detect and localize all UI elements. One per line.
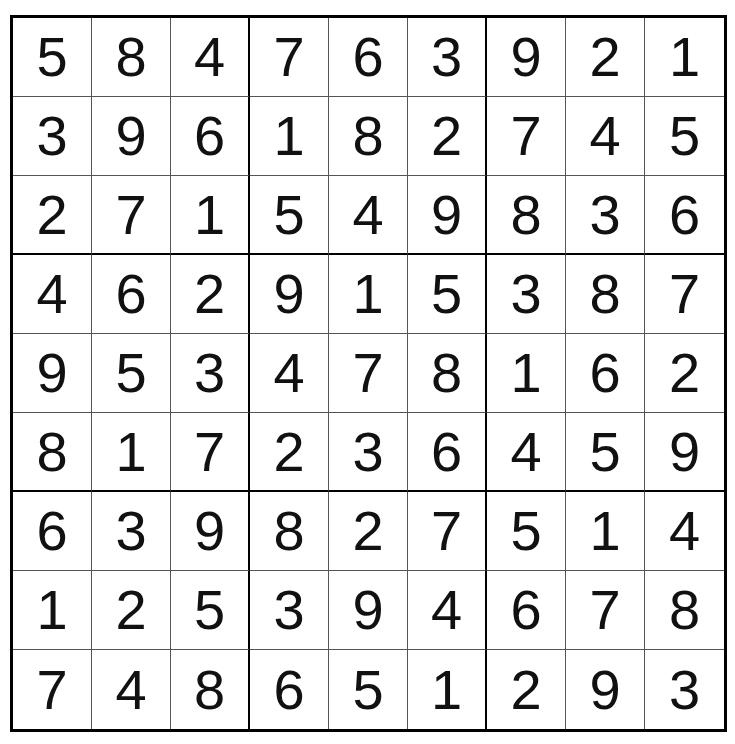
cell-r4c4[interactable]: 9 <box>250 255 329 334</box>
cell-r5c3[interactable]: 3 <box>171 334 250 413</box>
cell-r1c8[interactable]: 2 <box>566 18 645 97</box>
cell-r5c2[interactable]: 5 <box>92 334 171 413</box>
cell-r6c9[interactable]: 9 <box>645 413 724 492</box>
cell-r8c4[interactable]: 3 <box>250 571 329 650</box>
cell-r3c1[interactable]: 2 <box>13 176 92 255</box>
cell-r8c2[interactable]: 2 <box>92 571 171 650</box>
cell-r4c6[interactable]: 5 <box>408 255 487 334</box>
cell-r2c9[interactable]: 5 <box>645 97 724 176</box>
cell-r3c3[interactable]: 1 <box>171 176 250 255</box>
cell-r7c1[interactable]: 6 <box>13 492 92 571</box>
cell-r2c2[interactable]: 9 <box>92 97 171 176</box>
cell-r8c1[interactable]: 1 <box>13 571 92 650</box>
cell-r1c5[interactable]: 6 <box>329 18 408 97</box>
cell-r9c1[interactable]: 7 <box>13 650 92 729</box>
cell-r3c9[interactable]: 6 <box>645 176 724 255</box>
cell-r1c1[interactable]: 5 <box>13 18 92 97</box>
cell-r9c2[interactable]: 4 <box>92 650 171 729</box>
cell-r1c2[interactable]: 8 <box>92 18 171 97</box>
cell-r4c3[interactable]: 2 <box>171 255 250 334</box>
cell-r8c6[interactable]: 4 <box>408 571 487 650</box>
cell-r8c3[interactable]: 5 <box>171 571 250 650</box>
cell-r3c8[interactable]: 3 <box>566 176 645 255</box>
cell-r7c9[interactable]: 4 <box>645 492 724 571</box>
cell-r6c2[interactable]: 1 <box>92 413 171 492</box>
cell-r3c6[interactable]: 9 <box>408 176 487 255</box>
cell-r4c9[interactable]: 7 <box>645 255 724 334</box>
cell-r2c1[interactable]: 3 <box>13 97 92 176</box>
cell-r4c8[interactable]: 8 <box>566 255 645 334</box>
cell-r1c9[interactable]: 1 <box>645 18 724 97</box>
cell-r9c4[interactable]: 6 <box>250 650 329 729</box>
cell-r6c3[interactable]: 7 <box>171 413 250 492</box>
cell-r6c8[interactable]: 5 <box>566 413 645 492</box>
cell-r4c5[interactable]: 1 <box>329 255 408 334</box>
cell-r3c7[interactable]: 8 <box>487 176 566 255</box>
cell-r6c7[interactable]: 4 <box>487 413 566 492</box>
cell-r8c7[interactable]: 6 <box>487 571 566 650</box>
cell-r3c4[interactable]: 5 <box>250 176 329 255</box>
cell-r9c8[interactable]: 9 <box>566 650 645 729</box>
cell-r9c9[interactable]: 3 <box>645 650 724 729</box>
cell-r4c1[interactable]: 4 <box>13 255 92 334</box>
cell-r3c5[interactable]: 4 <box>329 176 408 255</box>
cell-r2c7[interactable]: 7 <box>487 97 566 176</box>
sudoku-grid: 5847639213961827452715498364629153879534… <box>10 15 727 732</box>
cell-r9c7[interactable]: 2 <box>487 650 566 729</box>
cell-r9c3[interactable]: 8 <box>171 650 250 729</box>
cell-r2c4[interactable]: 1 <box>250 97 329 176</box>
cell-r7c6[interactable]: 7 <box>408 492 487 571</box>
cell-r9c5[interactable]: 5 <box>329 650 408 729</box>
cell-r6c5[interactable]: 3 <box>329 413 408 492</box>
cell-r2c6[interactable]: 2 <box>408 97 487 176</box>
cell-r7c7[interactable]: 5 <box>487 492 566 571</box>
cell-r1c6[interactable]: 3 <box>408 18 487 97</box>
cell-r7c4[interactable]: 8 <box>250 492 329 571</box>
cell-r1c3[interactable]: 4 <box>171 18 250 97</box>
cell-r5c8[interactable]: 6 <box>566 334 645 413</box>
cell-r7c8[interactable]: 1 <box>566 492 645 571</box>
cell-r5c1[interactable]: 9 <box>13 334 92 413</box>
cell-r6c6[interactable]: 6 <box>408 413 487 492</box>
cell-r5c5[interactable]: 7 <box>329 334 408 413</box>
cell-r4c2[interactable]: 6 <box>92 255 171 334</box>
cell-r5c7[interactable]: 1 <box>487 334 566 413</box>
cell-r8c5[interactable]: 9 <box>329 571 408 650</box>
cell-r5c6[interactable]: 8 <box>408 334 487 413</box>
cell-r8c9[interactable]: 8 <box>645 571 724 650</box>
cell-r1c4[interactable]: 7 <box>250 18 329 97</box>
cell-r1c7[interactable]: 9 <box>487 18 566 97</box>
cell-r4c7[interactable]: 3 <box>487 255 566 334</box>
cell-r5c4[interactable]: 4 <box>250 334 329 413</box>
cell-r8c8[interactable]: 7 <box>566 571 645 650</box>
cell-r2c3[interactable]: 6 <box>171 97 250 176</box>
sudoku-board-container: 5847639213961827452715498364629153879534… <box>10 15 727 732</box>
cell-r7c3[interactable]: 9 <box>171 492 250 571</box>
cell-r9c6[interactable]: 1 <box>408 650 487 729</box>
cell-r2c8[interactable]: 4 <box>566 97 645 176</box>
cell-r7c2[interactable]: 3 <box>92 492 171 571</box>
cell-r6c1[interactable]: 8 <box>13 413 92 492</box>
cell-r6c4[interactable]: 2 <box>250 413 329 492</box>
cell-r3c2[interactable]: 7 <box>92 176 171 255</box>
cell-r7c5[interactable]: 2 <box>329 492 408 571</box>
cell-r5c9[interactable]: 2 <box>645 334 724 413</box>
cell-r2c5[interactable]: 8 <box>329 97 408 176</box>
